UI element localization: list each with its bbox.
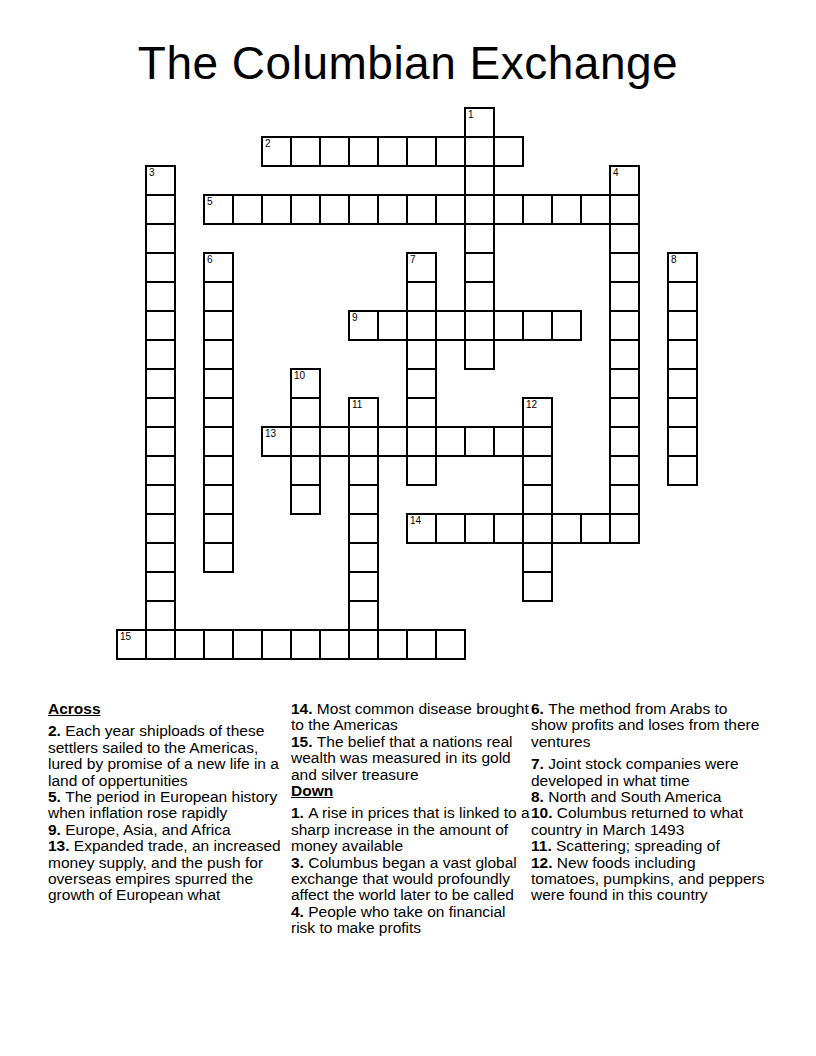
clue-number-label: 8	[671, 255, 677, 265]
grid-cell[interactable]	[348, 455, 379, 486]
grid-cell[interactable]	[145, 629, 176, 660]
grid-cell[interactable]	[667, 455, 698, 486]
grid-cell[interactable]	[261, 194, 292, 225]
grid-cell[interactable]	[435, 194, 466, 225]
grid-cell[interactable]	[348, 426, 379, 457]
grid-cell[interactable]	[464, 136, 495, 167]
grid-cell[interactable]	[145, 542, 176, 573]
grid-cell[interactable]	[290, 455, 321, 486]
grid-cell[interactable]	[609, 513, 640, 544]
grid-cell[interactable]	[493, 426, 524, 457]
grid-cell[interactable]	[145, 368, 176, 399]
grid-cell[interactable]	[406, 426, 437, 457]
clue-number-label: 9	[352, 313, 358, 323]
clue-down-7: 7. Joint stock companies were developed …	[531, 756, 767, 789]
grid-cell[interactable]	[348, 513, 379, 544]
grid-cell[interactable]	[406, 194, 437, 225]
grid-cell[interactable]	[290, 136, 321, 167]
grid-cell[interactable]	[464, 281, 495, 312]
grid-cell[interactable]	[203, 513, 234, 544]
clue-across-2: 2. Each year shiploads of these settlers…	[48, 723, 286, 789]
grid-cell[interactable]	[406, 281, 437, 312]
clue-down-1: 1. A rise in prices that is linked to a …	[291, 805, 531, 854]
grid-cell[interactable]	[406, 397, 437, 428]
clue-column-3: 6. The method from Arabs to show profits…	[531, 701, 767, 904]
clue-number-label: 3	[149, 168, 155, 178]
clue-number-label: 10	[294, 371, 305, 381]
grid-cell[interactable]	[609, 281, 640, 312]
grid-cell[interactable]	[145, 194, 176, 225]
puzzle-title: The Columbian Exchange	[0, 36, 816, 90]
grid-cell[interactable]	[667, 397, 698, 428]
grid-cell[interactable]	[464, 223, 495, 254]
grid-cell[interactable]	[348, 136, 379, 167]
grid-cell[interactable]	[174, 629, 205, 660]
grid-cell[interactable]	[377, 426, 408, 457]
grid-cell[interactable]	[464, 426, 495, 457]
grid-cell[interactable]	[609, 310, 640, 341]
grid-cell[interactable]	[145, 223, 176, 254]
grid-cell[interactable]	[609, 339, 640, 370]
grid-cell[interactable]	[609, 455, 640, 486]
grid-cell[interactable]	[145, 252, 176, 283]
grid-cell[interactable]	[290, 194, 321, 225]
clue-down-8: 8. North and South America	[531, 789, 767, 805]
clue-number-label: 7	[410, 255, 416, 265]
grid-cell[interactable]	[609, 252, 640, 283]
grid-cell[interactable]	[145, 310, 176, 341]
clue-down-11: 11. Scattering; spreading of	[531, 838, 767, 854]
grid-cell[interactable]	[464, 310, 495, 341]
grid-cell[interactable]	[348, 629, 379, 660]
clue-number-label: 11	[352, 400, 362, 410]
clue-number-label: 12	[526, 400, 537, 410]
grid-cell[interactable]	[435, 426, 466, 457]
grid-cell[interactable]	[609, 397, 640, 428]
grid-cell[interactable]	[203, 368, 234, 399]
grid-cell[interactable]	[145, 484, 176, 515]
grid-cell[interactable]	[290, 397, 321, 428]
grid-cell[interactable]	[667, 281, 698, 312]
grid-cell[interactable]	[348, 542, 379, 573]
grid-cell[interactable]	[522, 513, 553, 544]
clue-across-13: 13. Expanded trade, an increased money s…	[48, 838, 286, 904]
grid-cell[interactable]	[464, 194, 495, 225]
grid-cell[interactable]	[464, 339, 495, 370]
grid-cell[interactable]	[319, 426, 350, 457]
clue-number-label: 13	[265, 429, 276, 439]
across-header: Across	[48, 701, 286, 717]
grid-cell[interactable]	[377, 136, 408, 167]
grid-cell[interactable]	[348, 194, 379, 225]
grid-cell[interactable]	[580, 513, 611, 544]
grid-cell[interactable]	[464, 165, 495, 196]
grid-cell[interactable]	[203, 542, 234, 573]
grid-cell[interactable]	[493, 194, 524, 225]
grid-cell[interactable]	[522, 194, 553, 225]
grid-cell[interactable]	[377, 310, 408, 341]
clue-down-6: 6. The method from Arabs to show profits…	[531, 701, 767, 750]
grid-cell[interactable]	[435, 310, 466, 341]
clue-across-9: 9. Europe, Asia, and Africa	[48, 822, 286, 838]
grid-cell[interactable]	[667, 310, 698, 341]
grid-cell[interactable]	[551, 194, 582, 225]
clue-number-label: 5	[207, 197, 213, 207]
grid-cell[interactable]	[522, 542, 553, 573]
clue-down-10: 10. Columbus returned to what country in…	[531, 805, 767, 838]
grid-cell[interactable]	[319, 194, 350, 225]
grid-cell[interactable]	[145, 397, 176, 428]
grid-cell[interactable]	[377, 629, 408, 660]
crossword-worksheet: The Columbian Exchange 12345678910111213…	[0, 0, 816, 1056]
grid-cell[interactable]	[348, 600, 379, 631]
grid-cell[interactable]	[464, 513, 495, 544]
grid-cell[interactable]	[319, 629, 350, 660]
grid-cell[interactable]	[203, 339, 234, 370]
grid-cell[interactable]	[493, 310, 524, 341]
grid-cell[interactable]	[551, 310, 582, 341]
grid-cell[interactable]	[406, 368, 437, 399]
grid-cell[interactable]	[145, 513, 176, 544]
grid-cell[interactable]	[522, 310, 553, 341]
crossword-grid: 123456789101112131415	[117, 108, 697, 659]
grid-cell[interactable]	[145, 600, 176, 631]
grid-cell[interactable]	[493, 513, 524, 544]
clue-across-15: 15. The belief that a nations real wealt…	[291, 734, 531, 783]
clue-across-5: 5. The period in European history when i…	[48, 789, 286, 822]
clue-number-label: 4	[613, 168, 619, 178]
clue-number-label: 14	[410, 516, 421, 526]
grid-cell[interactable]	[145, 281, 176, 312]
grid-cell[interactable]	[203, 397, 234, 428]
grid-cell[interactable]	[145, 571, 176, 602]
grid-cell[interactable]	[522, 484, 553, 515]
grid-cell[interactable]	[609, 194, 640, 225]
grid-cell[interactable]	[232, 194, 263, 225]
clue-down-4: 4. People who take on financial risk to …	[291, 904, 531, 937]
grid-cell[interactable]	[348, 484, 379, 515]
grid-cell[interactable]	[609, 223, 640, 254]
clue-down-3: 3. Columbus began a vast global exchange…	[291, 855, 531, 904]
grid-cell[interactable]	[609, 426, 640, 457]
grid-cell[interactable]	[406, 339, 437, 370]
grid-cell[interactable]	[667, 339, 698, 370]
grid-cell[interactable]	[203, 310, 234, 341]
grid-cell[interactable]	[551, 513, 582, 544]
clue-across-14: 14. Most common disease brought to the A…	[291, 701, 531, 734]
clue-number-label: 15	[120, 632, 131, 642]
grid-cell[interactable]	[203, 281, 234, 312]
grid-cell[interactable]	[435, 136, 466, 167]
clue-column-2: 14. Most common disease brought to the A…	[291, 701, 531, 937]
grid-cell[interactable]	[406, 629, 437, 660]
grid-cell[interactable]	[290, 484, 321, 515]
grid-cell[interactable]	[522, 571, 553, 602]
grid-cell[interactable]	[522, 455, 553, 486]
clue-number-label: 6	[207, 255, 213, 265]
grid-cell[interactable]	[667, 426, 698, 457]
grid-cell[interactable]	[435, 629, 466, 660]
grid-cell[interactable]	[493, 136, 524, 167]
grid-cell[interactable]	[406, 136, 437, 167]
grid-cell[interactable]	[319, 136, 350, 167]
grid-cell[interactable]	[406, 455, 437, 486]
grid-cell[interactable]	[290, 426, 321, 457]
grid-cell[interactable]	[522, 426, 553, 457]
grid-cell[interactable]	[145, 339, 176, 370]
clue-number-label: 2	[265, 139, 271, 149]
clue-number-label: 1	[468, 110, 474, 120]
grid-cell[interactable]	[348, 571, 379, 602]
grid-cell[interactable]	[435, 513, 466, 544]
grid-cell[interactable]	[667, 368, 698, 399]
grid-cell[interactable]	[580, 194, 611, 225]
grid-cell[interactable]	[261, 629, 292, 660]
down-header: Down	[291, 783, 531, 799]
grid-cell[interactable]	[203, 426, 234, 457]
grid-cell[interactable]	[290, 629, 321, 660]
grid-cell[interactable]	[203, 484, 234, 515]
grid-cell[interactable]	[203, 455, 234, 486]
grid-cell[interactable]	[145, 455, 176, 486]
grid-cell[interactable]	[464, 252, 495, 283]
clue-column-1: Across2. Each year shiploads of these se…	[48, 701, 286, 904]
clue-down-12: 12. New foods including tomatoes, pumpki…	[531, 855, 767, 904]
grid-cell[interactable]	[377, 194, 408, 225]
grid-cell[interactable]	[406, 310, 437, 341]
grid-cell[interactable]	[609, 368, 640, 399]
grid-cell[interactable]	[609, 484, 640, 515]
grid-cell[interactable]	[203, 629, 234, 660]
grid-cell[interactable]	[232, 629, 263, 660]
grid-cell[interactable]	[145, 426, 176, 457]
